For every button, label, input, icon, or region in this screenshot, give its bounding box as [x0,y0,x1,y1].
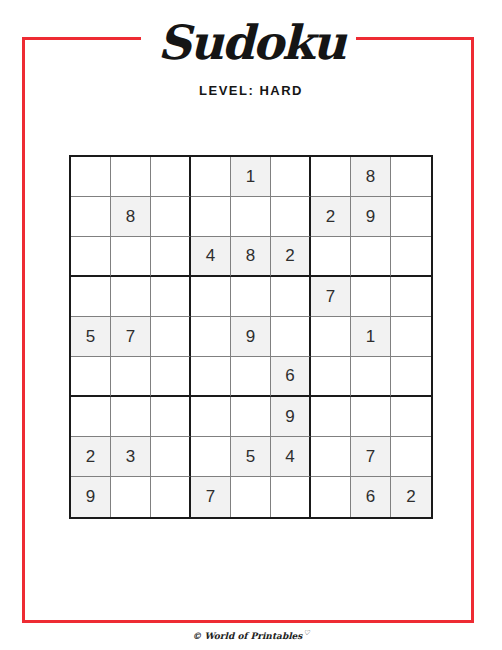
cell-r2c6[interactable] [271,197,311,237]
cell-r1c9[interactable] [391,157,431,197]
cell-r2c7: 2 [311,197,351,237]
cell-r4c7: 7 [311,277,351,317]
cell-r8c1: 2 [71,437,111,477]
cell-r6c2[interactable] [111,357,151,397]
cell-r7c2[interactable] [111,397,151,437]
cell-r8c7[interactable] [311,437,351,477]
cell-r9c1: 9 [71,477,111,517]
cell-r5c4[interactable] [191,317,231,357]
cell-r4c1[interactable] [71,277,111,317]
footer-credit: © World of Printables♡ [0,628,502,641]
cell-r1c5: 1 [231,157,271,197]
cell-r3c2[interactable] [111,237,151,277]
cell-r1c6[interactable] [271,157,311,197]
cell-r2c4[interactable] [191,197,231,237]
cell-r4c8[interactable] [351,277,391,317]
cell-r1c7[interactable] [311,157,351,197]
cell-r7c5[interactable] [231,397,271,437]
cell-r8c6: 4 [271,437,311,477]
cell-r5c2: 7 [111,317,151,357]
cell-r4c3[interactable] [151,277,191,317]
cell-r4c9[interactable] [391,277,431,317]
cell-r9c2[interactable] [111,477,151,517]
cell-r3c3[interactable] [151,237,191,277]
cell-r7c7[interactable] [311,397,351,437]
level-label: LEVEL: HARD [0,83,502,98]
cell-r8c2: 3 [111,437,151,477]
cell-r9c4: 7 [191,477,231,517]
cell-r6c6: 6 [271,357,311,397]
cell-r9c5[interactable] [231,477,271,517]
cell-r5c9[interactable] [391,317,431,357]
cell-r3c4: 4 [191,237,231,277]
cell-r7c8[interactable] [351,397,391,437]
cell-r8c3[interactable] [151,437,191,477]
cell-r5c3[interactable] [151,317,191,357]
cell-r2c2: 8 [111,197,151,237]
cell-r5c6[interactable] [271,317,311,357]
cell-r1c4[interactable] [191,157,231,197]
cell-r8c9[interactable] [391,437,431,477]
cell-r8c4[interactable] [191,437,231,477]
cell-r8c8: 7 [351,437,391,477]
cell-r6c1[interactable] [71,357,111,397]
sudoku-grid: 188294827579169235479762 [69,155,433,519]
cell-r4c4[interactable] [191,277,231,317]
cell-r4c6[interactable] [271,277,311,317]
cell-r5c1: 5 [71,317,111,357]
cell-r3c8[interactable] [351,237,391,277]
cell-r7c3[interactable] [151,397,191,437]
frame-border-bottom [22,620,474,623]
frame-border-right [471,37,474,623]
cell-r8c5: 5 [231,437,271,477]
cell-r1c1[interactable] [71,157,111,197]
cell-r5c7[interactable] [311,317,351,357]
cell-r1c2[interactable] [111,157,151,197]
cell-r3c7[interactable] [311,237,351,277]
cell-r5c8: 1 [351,317,391,357]
cell-r9c6[interactable] [271,477,311,517]
printable-sudoku-page: Sudoku LEVEL: HARD 188294827579169235479… [0,0,502,650]
cell-r6c3[interactable] [151,357,191,397]
page-title: Sudoku [0,10,502,76]
cell-r6c7[interactable] [311,357,351,397]
cell-r4c2[interactable] [111,277,151,317]
cell-r9c3[interactable] [151,477,191,517]
cell-r2c9[interactable] [391,197,431,237]
cell-r7c6: 9 [271,397,311,437]
cell-r1c3[interactable] [151,157,191,197]
heart-icon: ♡ [303,628,309,637]
cell-r2c3[interactable] [151,197,191,237]
cell-r2c5[interactable] [231,197,271,237]
cell-r7c1[interactable] [71,397,111,437]
cell-r2c1[interactable] [71,197,111,237]
frame-border-left [22,37,25,623]
cell-r6c8[interactable] [351,357,391,397]
cell-r3c6: 2 [271,237,311,277]
cell-r9c7[interactable] [311,477,351,517]
cell-r5c5: 9 [231,317,271,357]
cell-r9c8: 6 [351,477,391,517]
cell-r6c5[interactable] [231,357,271,397]
cell-r1c8: 8 [351,157,391,197]
cell-r9c9: 2 [391,477,431,517]
cell-r7c9[interactable] [391,397,431,437]
cell-r2c8: 9 [351,197,391,237]
cell-r4c5[interactable] [231,277,271,317]
credit-text: © World of Printables [192,631,302,641]
cell-r3c1[interactable] [71,237,111,277]
cell-r6c9[interactable] [391,357,431,397]
cell-r7c4[interactable] [191,397,231,437]
cell-r3c5: 8 [231,237,271,277]
cell-r3c9[interactable] [391,237,431,277]
cell-r6c4[interactable] [191,357,231,397]
